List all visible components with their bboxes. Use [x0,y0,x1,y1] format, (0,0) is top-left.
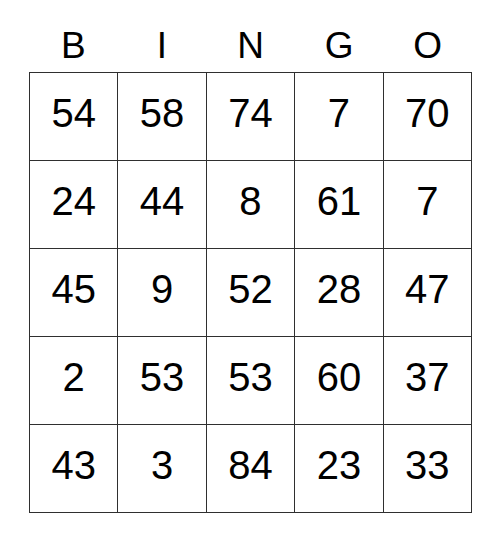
bingo-cell-r1c4[interactable]: 7 [295,73,383,161]
bingo-cell-r5c1[interactable]: 43 [30,425,118,513]
bingo-cell-r2c1[interactable]: 24 [30,161,118,249]
bingo-cell-r5c4[interactable]: 23 [295,425,383,513]
header-letter-n: N [206,0,295,72]
bingo-cell-r4c3[interactable]: 53 [207,337,295,425]
bingo-cell-r3c3[interactable]: 52 [207,249,295,337]
bingo-cell-r2c2[interactable]: 44 [118,161,206,249]
bingo-cell-r3c4[interactable]: 28 [295,249,383,337]
bingo-cell-r5c5[interactable]: 33 [384,425,472,513]
bingo-cell-r4c5[interactable]: 37 [384,337,472,425]
bingo-cell-r4c4[interactable]: 60 [295,337,383,425]
header-letter-i: I [118,0,207,72]
bingo-cell-r3c5[interactable]: 47 [384,249,472,337]
bingo-cell-r1c2[interactable]: 58 [118,73,206,161]
bingo-cell-r2c3[interactable]: 8 [207,161,295,249]
bingo-header: B I N G O [29,0,472,72]
bingo-cell-r2c4[interactable]: 61 [295,161,383,249]
bingo-grid: 54 58 74 7 70 24 44 8 61 7 45 9 52 28 47… [29,72,472,513]
bingo-cell-r3c2[interactable]: 9 [118,249,206,337]
header-letter-g: G [295,0,384,72]
bingo-cell-r4c1[interactable]: 2 [30,337,118,425]
bingo-cell-r1c3[interactable]: 74 [207,73,295,161]
bingo-cell-r1c5[interactable]: 70 [384,73,472,161]
header-letter-b: B [29,0,118,72]
bingo-cell-r1c1[interactable]: 54 [30,73,118,161]
header-letter-o: O [383,0,472,72]
bingo-cell-r4c2[interactable]: 53 [118,337,206,425]
bingo-cell-r5c2[interactable]: 3 [118,425,206,513]
bingo-cell-r5c3[interactable]: 84 [207,425,295,513]
bingo-cell-r2c5[interactable]: 7 [384,161,472,249]
bingo-cell-r3c1[interactable]: 45 [30,249,118,337]
bingo-card: B I N G O 54 58 74 7 70 24 44 8 61 7 45 … [0,0,500,544]
